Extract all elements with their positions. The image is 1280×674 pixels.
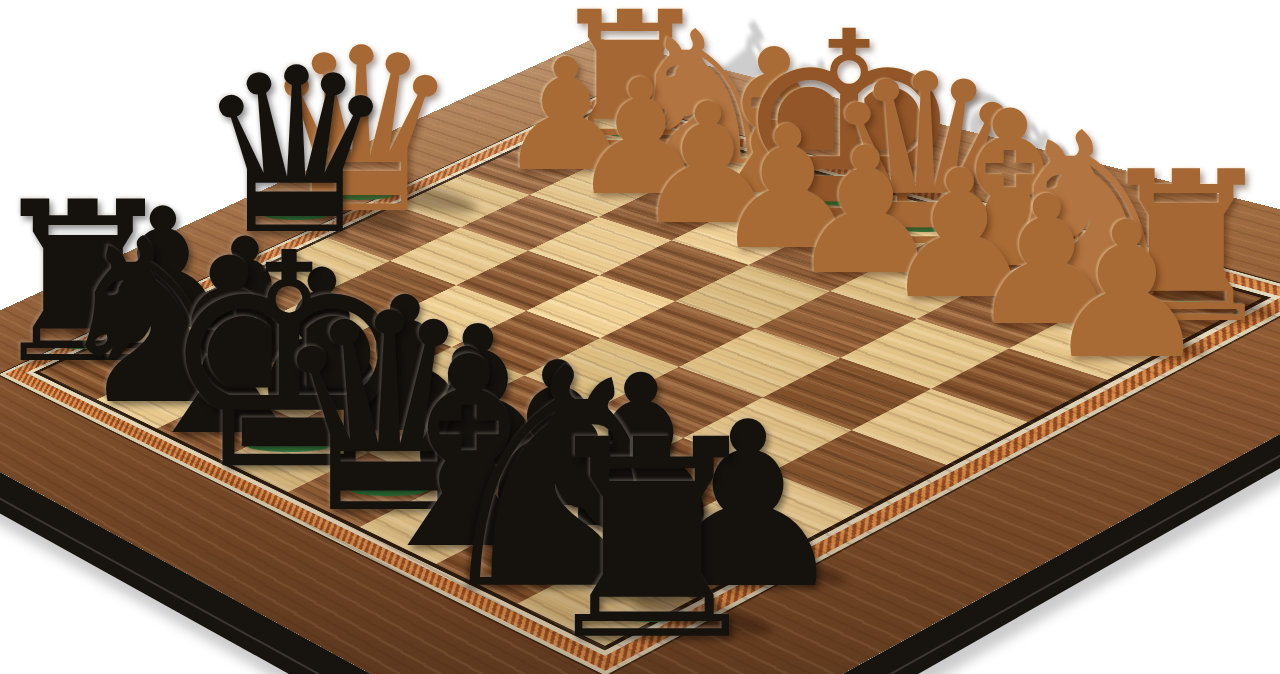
square-h4 — [327, 206, 460, 261]
square-c5 — [601, 367, 762, 438]
square-d7 — [368, 414, 522, 486]
square-a5 — [771, 430, 947, 509]
square-h5 — [257, 238, 390, 295]
square-b5 — [683, 398, 851, 473]
square-h6 — [186, 271, 319, 329]
square-d4 — [600, 301, 755, 367]
square-g4 — [390, 228, 528, 286]
square-h3 — [396, 174, 529, 228]
square-b4 — [763, 358, 931, 430]
square-c6 — [522, 406, 683, 479]
square-c7 — [442, 445, 603, 521]
square-b1 — [992, 243, 1161, 309]
square-f7 — [234, 356, 376, 422]
square-f4 — [456, 251, 599, 311]
square-a7 — [604, 515, 780, 599]
square-c4 — [679, 329, 840, 398]
square-g5 — [318, 261, 456, 320]
square-g6 — [246, 295, 383, 356]
square-f6 — [309, 320, 452, 384]
square-h8 — [40, 338, 172, 400]
square-h1 — [531, 112, 665, 163]
square-g1 — [598, 131, 737, 184]
square-a3 — [931, 348, 1107, 422]
square-d6 — [447, 376, 601, 446]
square-f5 — [383, 285, 526, 347]
square-f2 — [599, 184, 743, 241]
square-e6 — [376, 347, 524, 414]
square-g3 — [460, 195, 598, 251]
square-g8 — [97, 364, 234, 429]
square-h7 — [114, 304, 246, 364]
square-e1 — [742, 172, 891, 229]
square-a4 — [852, 389, 1028, 465]
square-b2 — [917, 281, 1086, 349]
square-a2 — [1009, 309, 1185, 380]
square-a6 — [688, 472, 864, 553]
square-c2 — [830, 254, 992, 319]
square-f8 — [157, 392, 299, 460]
square-d5 — [524, 338, 679, 406]
square-c1 — [904, 218, 1066, 281]
square-f3 — [528, 217, 671, 275]
square-e5 — [452, 311, 601, 376]
square-e7 — [299, 384, 447, 453]
square-g2 — [530, 163, 668, 217]
square-b8 — [436, 521, 604, 603]
square-b7 — [520, 479, 688, 559]
square-g7 — [172, 329, 309, 392]
square-c8 — [360, 486, 520, 564]
square-e4 — [526, 275, 675, 338]
square-d2 — [748, 229, 903, 291]
square-f1 — [668, 151, 812, 206]
square-d1 — [821, 194, 976, 254]
square-c3 — [755, 291, 917, 358]
square-d8 — [288, 453, 442, 527]
square-d3 — [675, 265, 830, 329]
square-b6 — [602, 438, 770, 515]
square-e2 — [671, 206, 820, 265]
square-e8 — [220, 421, 368, 492]
square-e3 — [599, 240, 748, 301]
square-h2 — [464, 143, 598, 195]
square-b3 — [840, 319, 1009, 389]
square-a8 — [518, 559, 693, 646]
chess-set-product-photo: ♜♞♝♚♛♝♞♜ ♜♞♟♝♟♛♚♟♛♛♟♝♟♞♟♜♟♟♟♜♟♞♟♝♟♚♟♛♟♟♝… — [0, 0, 1280, 674]
square-a1 — [1086, 270, 1262, 339]
